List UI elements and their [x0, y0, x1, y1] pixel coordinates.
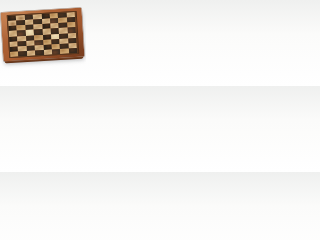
board-square-r7c7 — [69, 48, 78, 54]
board-square-r7c3 — [35, 50, 44, 56]
board-square-r7c2 — [27, 50, 36, 56]
board-square-r7c1 — [18, 51, 27, 57]
board-square-r7c0 — [10, 51, 19, 57]
product-photo — [0, 0, 86, 86]
board-square-r7c4 — [43, 49, 52, 55]
board-square-r7c5 — [52, 49, 61, 55]
chessboard — [1, 8, 85, 62]
board-square-r7c6 — [60, 48, 69, 54]
board-grid — [8, 12, 77, 57]
